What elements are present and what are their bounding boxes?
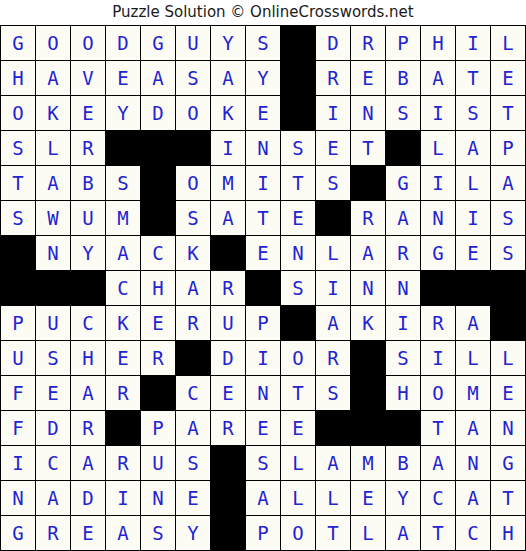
cell-r5c13[interactable]: I bbox=[421, 166, 455, 200]
crossword-grid: GOODGUYSDRPHILHAVEASAYREBATEOKEYDOKEINSI… bbox=[0, 25, 526, 551]
cell-r12c14[interactable]: A bbox=[456, 411, 490, 445]
cell-r7c15[interactable]: S bbox=[491, 236, 525, 270]
black-cell-r4c5 bbox=[141, 131, 175, 165]
cell-r15c3[interactable]: E bbox=[71, 516, 105, 550]
cell-r14c12[interactable]: Y bbox=[386, 481, 420, 515]
cell-r12c8[interactable]: E bbox=[246, 411, 280, 445]
cell-r4c11[interactable]: T bbox=[351, 131, 385, 165]
cell-r12c3[interactable]: R bbox=[71, 411, 105, 445]
cell-r13c1[interactable]: I bbox=[1, 446, 35, 480]
cell-r2c11[interactable]: E bbox=[351, 61, 385, 95]
cell-r6c7[interactable]: A bbox=[211, 201, 245, 235]
cell-r10c1[interactable]: U bbox=[1, 341, 35, 375]
cell-r1c14[interactable]: I bbox=[456, 26, 490, 60]
cell-r2c4[interactable]: E bbox=[106, 61, 140, 95]
cell-r9c1[interactable]: P bbox=[1, 306, 35, 340]
cell-r14c3[interactable]: D bbox=[71, 481, 105, 515]
cell-r11c3[interactable]: A bbox=[71, 376, 105, 410]
cell-r7c8[interactable]: E bbox=[246, 236, 280, 270]
cell-r15c15[interactable]: H bbox=[491, 516, 525, 550]
cell-r9c2[interactable]: U bbox=[36, 306, 70, 340]
cell-r15c6[interactable]: Y bbox=[176, 516, 210, 550]
cell-r9c6[interactable]: R bbox=[176, 306, 210, 340]
cell-r7c6[interactable]: K bbox=[176, 236, 210, 270]
cell-r10c4[interactable]: E bbox=[106, 341, 140, 375]
cell-r14c2[interactable]: A bbox=[36, 481, 70, 515]
black-cell-r8c2 bbox=[36, 271, 70, 305]
cell-r1c8[interactable]: S bbox=[246, 26, 280, 60]
cell-r10c2[interactable]: S bbox=[36, 341, 70, 375]
cell-r12c9[interactable]: E bbox=[281, 411, 315, 445]
cell-r12c1[interactable]: F bbox=[1, 411, 35, 445]
cell-r8c4[interactable]: C bbox=[106, 271, 140, 305]
cell-r11c14[interactable]: M bbox=[456, 376, 490, 410]
black-cell-r8c1 bbox=[1, 271, 35, 305]
black-cell-r4c6 bbox=[176, 131, 210, 165]
black-cell-r1c9 bbox=[281, 26, 315, 60]
black-cell-r8c8 bbox=[246, 271, 280, 305]
cell-r2c7[interactable]: A bbox=[211, 61, 245, 95]
cell-r15c5[interactable]: S bbox=[141, 516, 175, 550]
cell-r7c9[interactable]: N bbox=[281, 236, 315, 270]
cell-r13c9[interactable]: L bbox=[281, 446, 315, 480]
cell-r12c5[interactable]: P bbox=[141, 411, 175, 445]
cell-r13c5[interactable]: U bbox=[141, 446, 175, 480]
cell-r2c12[interactable]: B bbox=[386, 61, 420, 95]
cell-r9c8[interactable]: P bbox=[246, 306, 280, 340]
cell-r5c7[interactable]: M bbox=[211, 166, 245, 200]
cell-r15c13[interactable]: T bbox=[421, 516, 455, 550]
cell-r15c4[interactable]: A bbox=[106, 516, 140, 550]
cell-r7c10[interactable]: L bbox=[316, 236, 350, 270]
cell-r10c12[interactable]: S bbox=[386, 341, 420, 375]
cell-r6c14[interactable]: I bbox=[456, 201, 490, 235]
cell-r11c13[interactable]: O bbox=[421, 376, 455, 410]
cell-r5c14[interactable]: L bbox=[456, 166, 490, 200]
cell-r2c6[interactable]: S bbox=[176, 61, 210, 95]
cell-r3c12[interactable]: S bbox=[386, 96, 420, 130]
black-cell-r4c4 bbox=[106, 131, 140, 165]
cell-r8c6[interactable]: A bbox=[176, 271, 210, 305]
cell-r6c2[interactable]: W bbox=[36, 201, 70, 235]
cell-r7c4[interactable]: A bbox=[106, 236, 140, 270]
cell-r14c14[interactable]: A bbox=[456, 481, 490, 515]
cell-r12c7[interactable]: R bbox=[211, 411, 245, 445]
cell-r13c15[interactable]: G bbox=[491, 446, 525, 480]
cell-r6c6[interactable]: S bbox=[176, 201, 210, 235]
cell-r14c15[interactable]: T bbox=[491, 481, 525, 515]
cell-r13c14[interactable]: N bbox=[456, 446, 490, 480]
black-cell-r12c10 bbox=[316, 411, 350, 445]
cell-r6c1[interactable]: S bbox=[1, 201, 35, 235]
cell-r6c3[interactable]: U bbox=[71, 201, 105, 235]
cell-r4c9[interactable]: S bbox=[281, 131, 315, 165]
cell-r10c13[interactable]: I bbox=[421, 341, 455, 375]
cell-r4c7[interactable]: I bbox=[211, 131, 245, 165]
black-cell-r14c7 bbox=[211, 481, 245, 515]
cell-r3c15[interactable]: T bbox=[491, 96, 525, 130]
black-cell-r11c5 bbox=[141, 376, 175, 410]
cell-r4c13[interactable]: L bbox=[421, 131, 455, 165]
cell-r1c15[interactable]: L bbox=[491, 26, 525, 60]
black-cell-r15c7 bbox=[211, 516, 245, 550]
black-cell-r4c12 bbox=[386, 131, 420, 165]
cell-r3c11[interactable]: N bbox=[351, 96, 385, 130]
black-cell-r11c11 bbox=[351, 376, 385, 410]
cell-r4c14[interactable]: A bbox=[456, 131, 490, 165]
black-cell-r8c15 bbox=[491, 271, 525, 305]
cell-r5c15[interactable]: A bbox=[491, 166, 525, 200]
cell-r15c9[interactable]: O bbox=[281, 516, 315, 550]
cell-r2c15[interactable]: E bbox=[491, 61, 525, 95]
cell-r7c13[interactable]: G bbox=[421, 236, 455, 270]
cell-r5c1[interactable]: T bbox=[1, 166, 35, 200]
black-cell-r2c9 bbox=[281, 61, 315, 95]
cell-r3c13[interactable]: I bbox=[421, 96, 455, 130]
black-cell-r3c9 bbox=[281, 96, 315, 130]
black-cell-r12c12 bbox=[386, 411, 420, 445]
black-cell-r10c11 bbox=[351, 341, 385, 375]
cell-r8c10[interactable]: I bbox=[316, 271, 350, 305]
cell-r2c10[interactable]: R bbox=[316, 61, 350, 95]
cell-r9c4[interactable]: K bbox=[106, 306, 140, 340]
cell-r5c3[interactable]: B bbox=[71, 166, 105, 200]
black-cell-r9c15 bbox=[491, 306, 525, 340]
cell-r1c6[interactable]: U bbox=[176, 26, 210, 60]
black-cell-r8c3 bbox=[71, 271, 105, 305]
cell-r11c12[interactable]: H bbox=[386, 376, 420, 410]
cell-r4c2[interactable]: L bbox=[36, 131, 70, 165]
black-cell-r5c5 bbox=[141, 166, 175, 200]
cell-r8c11[interactable]: N bbox=[351, 271, 385, 305]
cell-r5c10[interactable]: S bbox=[316, 166, 350, 200]
cell-r3c1[interactable]: O bbox=[1, 96, 35, 130]
black-cell-r6c10 bbox=[316, 201, 350, 235]
cell-r10c14[interactable]: L bbox=[456, 341, 490, 375]
cell-r2c14[interactable]: T bbox=[456, 61, 490, 95]
cell-r15c8[interactable]: P bbox=[246, 516, 280, 550]
cell-r2c2[interactable]: A bbox=[36, 61, 70, 95]
cell-r2c1[interactable]: H bbox=[1, 61, 35, 95]
cell-r3c7[interactable]: K bbox=[211, 96, 245, 130]
cell-r10c9[interactable]: O bbox=[281, 341, 315, 375]
cell-r5c6[interactable]: O bbox=[176, 166, 210, 200]
cell-r6c12[interactable]: A bbox=[386, 201, 420, 235]
cell-r13c4[interactable]: R bbox=[106, 446, 140, 480]
cell-r11c4[interactable]: R bbox=[106, 376, 140, 410]
cell-r2c8[interactable]: Y bbox=[246, 61, 280, 95]
cell-r14c6[interactable]: E bbox=[176, 481, 210, 515]
cell-r10c3[interactable]: H bbox=[71, 341, 105, 375]
black-cell-r6c5 bbox=[141, 201, 175, 235]
cell-r6c13[interactable]: N bbox=[421, 201, 455, 235]
cell-r1c3[interactable]: O bbox=[71, 26, 105, 60]
cell-r6c11[interactable]: R bbox=[351, 201, 385, 235]
cell-r12c13[interactable]: T bbox=[421, 411, 455, 445]
cell-r8c7[interactable]: R bbox=[211, 271, 245, 305]
cell-r9c14[interactable]: A bbox=[456, 306, 490, 340]
cell-r5c9[interactable]: T bbox=[281, 166, 315, 200]
cell-r11c1[interactable]: F bbox=[1, 376, 35, 410]
cell-r3c3[interactable]: E bbox=[71, 96, 105, 130]
cell-r7c11[interactable]: A bbox=[351, 236, 385, 270]
cell-r14c9[interactable]: L bbox=[281, 481, 315, 515]
cell-r3c5[interactable]: D bbox=[141, 96, 175, 130]
cell-r2c3[interactable]: V bbox=[71, 61, 105, 95]
cell-r1c4[interactable]: D bbox=[106, 26, 140, 60]
cell-r7c14[interactable]: E bbox=[456, 236, 490, 270]
cell-r8c12[interactable]: N bbox=[386, 271, 420, 305]
cell-r13c8[interactable]: S bbox=[246, 446, 280, 480]
cell-r11c6[interactable]: C bbox=[176, 376, 210, 410]
cell-r9c12[interactable]: I bbox=[386, 306, 420, 340]
cell-r14c11[interactable]: E bbox=[351, 481, 385, 515]
cell-r1c11[interactable]: R bbox=[351, 26, 385, 60]
cell-r7c3[interactable]: Y bbox=[71, 236, 105, 270]
cell-r13c12[interactable]: B bbox=[386, 446, 420, 480]
cell-r14c5[interactable]: N bbox=[141, 481, 175, 515]
cell-r11c8[interactable]: N bbox=[246, 376, 280, 410]
cell-r3c2[interactable]: K bbox=[36, 96, 70, 130]
cell-r8c5[interactable]: H bbox=[141, 271, 175, 305]
black-cell-r12c11 bbox=[351, 411, 385, 445]
cell-r15c12[interactable]: A bbox=[386, 516, 420, 550]
black-cell-r7c1 bbox=[1, 236, 35, 270]
cell-r14c4[interactable]: I bbox=[106, 481, 140, 515]
cell-r3c4[interactable]: Y bbox=[106, 96, 140, 130]
cell-r15c10[interactable]: T bbox=[316, 516, 350, 550]
cell-r9c13[interactable]: R bbox=[421, 306, 455, 340]
cell-r13c6[interactable]: S bbox=[176, 446, 210, 480]
cell-r11c10[interactable]: S bbox=[316, 376, 350, 410]
cell-r5c2[interactable]: A bbox=[36, 166, 70, 200]
cell-r14c10[interactable]: L bbox=[316, 481, 350, 515]
cell-r1c5[interactable]: G bbox=[141, 26, 175, 60]
black-cell-r9c9 bbox=[281, 306, 315, 340]
cell-r3c10[interactable]: I bbox=[316, 96, 350, 130]
cell-r6c9[interactable]: E bbox=[281, 201, 315, 235]
cell-r10c8[interactable]: I bbox=[246, 341, 280, 375]
cell-r5c8[interactable]: I bbox=[246, 166, 280, 200]
black-cell-r10c6 bbox=[176, 341, 210, 375]
black-cell-r7c7 bbox=[211, 236, 245, 270]
cell-r15c11[interactable]: L bbox=[351, 516, 385, 550]
cell-r12c6[interactable]: A bbox=[176, 411, 210, 445]
cell-r5c4[interactable]: S bbox=[106, 166, 140, 200]
cell-r5c12[interactable]: G bbox=[386, 166, 420, 200]
cell-r3c14[interactable]: S bbox=[456, 96, 490, 130]
cell-r13c3[interactable]: A bbox=[71, 446, 105, 480]
cell-r1c10[interactable]: D bbox=[316, 26, 350, 60]
black-cell-r5c11 bbox=[351, 166, 385, 200]
cell-r9c10[interactable]: A bbox=[316, 306, 350, 340]
cell-r14c8[interactable]: A bbox=[246, 481, 280, 515]
black-cell-r8c14 bbox=[456, 271, 490, 305]
cell-r13c13[interactable]: A bbox=[421, 446, 455, 480]
cell-r3c6[interactable]: O bbox=[176, 96, 210, 130]
cell-r6c4[interactable]: M bbox=[106, 201, 140, 235]
cell-r10c10[interactable]: R bbox=[316, 341, 350, 375]
cell-r11c9[interactable]: T bbox=[281, 376, 315, 410]
cell-r12c2[interactable]: D bbox=[36, 411, 70, 445]
cell-r3c8[interactable]: E bbox=[246, 96, 280, 130]
cell-r1c2[interactable]: O bbox=[36, 26, 70, 60]
page-title: Puzzle Solution © OnlineCrosswords.net bbox=[0, 0, 526, 25]
cell-r7c12[interactable]: R bbox=[386, 236, 420, 270]
cell-r14c13[interactable]: C bbox=[421, 481, 455, 515]
cell-r13c11[interactable]: M bbox=[351, 446, 385, 480]
cell-r12c15[interactable]: N bbox=[491, 411, 525, 445]
cell-r11c15[interactable]: E bbox=[491, 376, 525, 410]
cell-r6c15[interactable]: S bbox=[491, 201, 525, 235]
cell-r4c15[interactable]: P bbox=[491, 131, 525, 165]
cell-r11c7[interactable]: E bbox=[211, 376, 245, 410]
cell-r4c8[interactable]: N bbox=[246, 131, 280, 165]
cell-r7c2[interactable]: N bbox=[36, 236, 70, 270]
cell-r8c9[interactable]: S bbox=[281, 271, 315, 305]
cell-r15c1[interactable]: G bbox=[1, 516, 35, 550]
cell-r2c13[interactable]: A bbox=[421, 61, 455, 95]
cell-r9c5[interactable]: E bbox=[141, 306, 175, 340]
cell-r13c2[interactable]: C bbox=[36, 446, 70, 480]
cell-r10c5[interactable]: R bbox=[141, 341, 175, 375]
cell-r15c2[interactable]: R bbox=[36, 516, 70, 550]
cell-r9c7[interactable]: U bbox=[211, 306, 245, 340]
cell-r1c12[interactable]: P bbox=[386, 26, 420, 60]
cell-r1c7[interactable]: Y bbox=[211, 26, 245, 60]
cell-r11c2[interactable]: E bbox=[36, 376, 70, 410]
cell-r1c13[interactable]: H bbox=[421, 26, 455, 60]
cell-r4c1[interactable]: S bbox=[1, 131, 35, 165]
cell-r4c3[interactable]: R bbox=[71, 131, 105, 165]
black-cell-r12c4 bbox=[106, 411, 140, 445]
black-cell-r13c7 bbox=[211, 446, 245, 480]
cell-r15c14[interactable]: C bbox=[456, 516, 490, 550]
black-cell-r8c13 bbox=[421, 271, 455, 305]
cell-r6c8[interactable]: T bbox=[246, 201, 280, 235]
cell-r2c5[interactable]: A bbox=[141, 61, 175, 95]
cell-r1c1[interactable]: G bbox=[1, 26, 35, 60]
cell-r9c3[interactable]: C bbox=[71, 306, 105, 340]
cell-r7c5[interactable]: C bbox=[141, 236, 175, 270]
cell-r14c1[interactable]: N bbox=[1, 481, 35, 515]
cell-r10c15[interactable]: L bbox=[491, 341, 525, 375]
cell-r10c7[interactable]: D bbox=[211, 341, 245, 375]
cell-r4c10[interactable]: E bbox=[316, 131, 350, 165]
cell-r13c10[interactable]: A bbox=[316, 446, 350, 480]
cell-r9c11[interactable]: K bbox=[351, 306, 385, 340]
